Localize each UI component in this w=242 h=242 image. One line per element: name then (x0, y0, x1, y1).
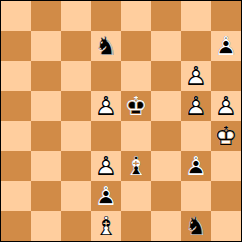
square-g8[interactable] (181, 1, 211, 31)
square-g5[interactable]: ♟♙ (181, 91, 211, 121)
square-f4[interactable] (151, 121, 181, 151)
square-e1[interactable] (121, 211, 151, 241)
piece-black-pawn-g3[interactable]: ♟♙ (181, 151, 211, 181)
square-h5[interactable]: ♟♙ (211, 91, 241, 121)
square-h3[interactable] (211, 151, 241, 181)
square-d6[interactable] (91, 61, 121, 91)
square-h2[interactable] (211, 181, 241, 211)
square-a1[interactable] (1, 211, 31, 241)
piece-outline-glyph: ♙ (211, 31, 241, 61)
piece-outline-glyph: ♗ (91, 211, 121, 241)
piece-outline-glyph: ♙ (91, 91, 121, 121)
square-g6[interactable]: ♟♙ (181, 61, 211, 91)
piece-white-bishop-d1[interactable]: ♝♗ (91, 211, 121, 241)
square-g1[interactable]: ♞♘ (181, 211, 211, 241)
square-c4[interactable] (61, 121, 91, 151)
square-e7[interactable] (121, 31, 151, 61)
square-g2[interactable] (181, 181, 211, 211)
square-e8[interactable] (121, 1, 151, 31)
square-h4[interactable]: ♚♔ (211, 121, 241, 151)
square-d8[interactable] (91, 1, 121, 31)
chess-board: ♞♘♟♙♟♙♟♙♚♔♟♙♟♙♚♔♟♙♝♗♟♙♟♙♝♗♞♘ (1, 1, 241, 241)
square-h6[interactable] (211, 61, 241, 91)
piece-black-knight-d7[interactable]: ♞♘ (91, 31, 121, 61)
square-c7[interactable] (61, 31, 91, 61)
piece-outline-glyph: ♙ (181, 61, 211, 91)
piece-outline-glyph: ♗ (121, 151, 151, 181)
square-b7[interactable] (31, 31, 61, 61)
piece-outline-glyph: ♙ (181, 91, 211, 121)
square-c5[interactable] (61, 91, 91, 121)
square-f2[interactable] (151, 181, 181, 211)
square-c6[interactable] (61, 61, 91, 91)
piece-outline-glyph: ♙ (91, 181, 121, 211)
square-a8[interactable] (1, 1, 31, 31)
square-a7[interactable] (1, 31, 31, 61)
square-e6[interactable] (121, 61, 151, 91)
square-d3[interactable]: ♟♙ (91, 151, 121, 181)
square-d7[interactable]: ♞♘ (91, 31, 121, 61)
square-f1[interactable] (151, 211, 181, 241)
square-c2[interactable] (61, 181, 91, 211)
square-f8[interactable] (151, 1, 181, 31)
piece-white-king-h4[interactable]: ♚♔ (211, 121, 241, 151)
piece-outline-glyph: ♘ (91, 31, 121, 61)
square-f5[interactable] (151, 91, 181, 121)
piece-outline-glyph: ♙ (181, 151, 211, 181)
square-a2[interactable] (1, 181, 31, 211)
piece-white-pawn-h5[interactable]: ♟♙ (211, 91, 241, 121)
piece-outline-glyph: ♙ (211, 91, 241, 121)
piece-white-pawn-d5[interactable]: ♟♙ (91, 91, 121, 121)
square-h8[interactable] (211, 1, 241, 31)
square-d2[interactable]: ♟♙ (91, 181, 121, 211)
square-e2[interactable] (121, 181, 151, 211)
square-a6[interactable] (1, 61, 31, 91)
square-c8[interactable] (61, 1, 91, 31)
piece-black-pawn-h7[interactable]: ♟♙ (211, 31, 241, 61)
square-b3[interactable] (31, 151, 61, 181)
square-b2[interactable] (31, 181, 61, 211)
piece-outline-glyph: ♘ (181, 211, 211, 241)
chess-board-frame: ♞♘♟♙♟♙♟♙♚♔♟♙♟♙♚♔♟♙♝♗♟♙♟♙♝♗♞♘ (0, 0, 242, 242)
square-g3[interactable]: ♟♙ (181, 151, 211, 181)
square-b4[interactable] (31, 121, 61, 151)
square-g7[interactable] (181, 31, 211, 61)
piece-black-king-e5[interactable]: ♚♔ (121, 91, 151, 121)
piece-black-bishop-e3[interactable]: ♝♗ (121, 151, 151, 181)
piece-outline-glyph: ♔ (211, 121, 241, 151)
square-a3[interactable] (1, 151, 31, 181)
square-e3[interactable]: ♝♗ (121, 151, 151, 181)
piece-black-pawn-d2[interactable]: ♟♙ (91, 181, 121, 211)
square-d4[interactable] (91, 121, 121, 151)
square-g4[interactable] (181, 121, 211, 151)
piece-white-pawn-d3[interactable]: ♟♙ (91, 151, 121, 181)
square-f7[interactable] (151, 31, 181, 61)
piece-white-pawn-g5[interactable]: ♟♙ (181, 91, 211, 121)
square-c1[interactable] (61, 211, 91, 241)
square-b1[interactable] (31, 211, 61, 241)
square-b5[interactable] (31, 91, 61, 121)
square-f6[interactable] (151, 61, 181, 91)
square-d5[interactable]: ♟♙ (91, 91, 121, 121)
square-f3[interactable] (151, 151, 181, 181)
square-b6[interactable] (31, 61, 61, 91)
square-e4[interactable] (121, 121, 151, 151)
square-d1[interactable]: ♝♗ (91, 211, 121, 241)
piece-outline-glyph: ♙ (91, 151, 121, 181)
piece-white-pawn-g6[interactable]: ♟♙ (181, 61, 211, 91)
square-a4[interactable] (1, 121, 31, 151)
square-h1[interactable] (211, 211, 241, 241)
piece-black-knight-g1[interactable]: ♞♘ (181, 211, 211, 241)
piece-outline-glyph: ♔ (121, 91, 151, 121)
square-c3[interactable] (61, 151, 91, 181)
square-e5[interactable]: ♚♔ (121, 91, 151, 121)
square-b8[interactable] (31, 1, 61, 31)
square-h7[interactable]: ♟♙ (211, 31, 241, 61)
square-a5[interactable] (1, 91, 31, 121)
